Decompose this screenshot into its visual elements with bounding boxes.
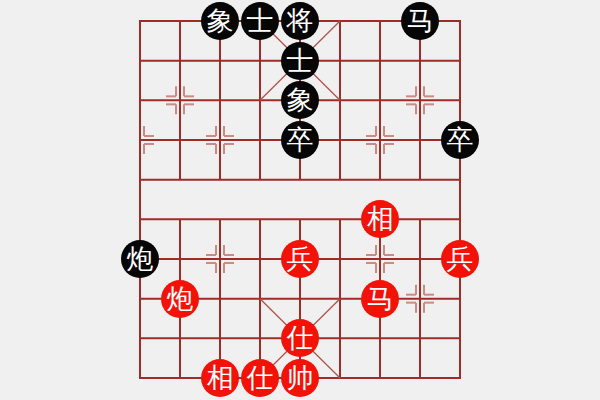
piece-red[interactable]: 帅 bbox=[281, 359, 319, 397]
piece-red[interactable]: 兵 bbox=[281, 240, 319, 278]
pieces-layer: 象士将马士象卒卒炮相兵兵炮马仕相仕帅 bbox=[0, 0, 600, 400]
piece-black[interactable]: 马 bbox=[401, 2, 439, 40]
piece-black[interactable]: 象 bbox=[201, 2, 239, 40]
piece-black[interactable]: 象 bbox=[281, 81, 319, 119]
piece-red[interactable]: 相 bbox=[361, 200, 399, 238]
piece-red[interactable]: 炮 bbox=[161, 280, 199, 318]
piece-black[interactable]: 将 bbox=[281, 2, 319, 40]
xiangqi-board: 象士将马士象卒卒炮相兵兵炮马仕相仕帅 bbox=[0, 0, 600, 400]
piece-red[interactable]: 兵 bbox=[441, 240, 479, 278]
piece-black[interactable]: 士 bbox=[241, 2, 279, 40]
piece-black[interactable]: 士 bbox=[281, 42, 319, 80]
piece-black[interactable]: 炮 bbox=[121, 240, 159, 278]
piece-red[interactable]: 仕 bbox=[241, 359, 279, 397]
piece-black[interactable]: 卒 bbox=[441, 121, 479, 159]
piece-red[interactable]: 仕 bbox=[281, 319, 319, 357]
piece-red[interactable]: 相 bbox=[201, 359, 239, 397]
piece-black[interactable]: 卒 bbox=[281, 121, 319, 159]
piece-red[interactable]: 马 bbox=[361, 280, 399, 318]
